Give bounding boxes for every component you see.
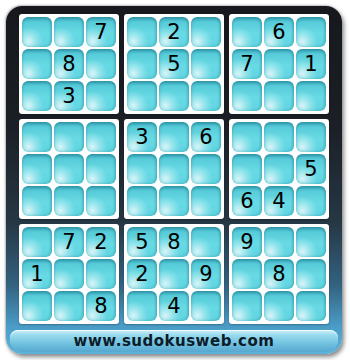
site-link[interactable]: www.sudokusweb.com (74, 332, 275, 350)
cell-r3c8[interactable] (264, 81, 294, 111)
cell-r5c4[interactable] (127, 154, 157, 184)
cell-r2c8[interactable] (264, 49, 294, 79)
cell-r4c9[interactable] (296, 122, 326, 152)
cell-r5c7[interactable] (232, 154, 262, 184)
cell-r8c8[interactable]: 8 (264, 259, 294, 289)
cell-r8c9[interactable] (296, 259, 326, 289)
cell-r8c6[interactable]: 9 (191, 259, 221, 289)
footer-bar: www.sudokusweb.com (10, 330, 338, 352)
cell-r3c2[interactable]: 3 (54, 81, 84, 111)
cell-r3c9[interactable] (296, 81, 326, 111)
cell-r7c3[interactable]: 2 (86, 227, 116, 257)
box-3-1: 7218 (19, 224, 119, 324)
cell-r7c4[interactable]: 5 (127, 227, 157, 257)
cell-r6c8[interactable]: 4 (264, 186, 294, 216)
box-3-3: 98 (229, 224, 329, 324)
cell-r4c3[interactable] (86, 122, 116, 152)
cell-r8c3[interactable] (86, 259, 116, 289)
cell-r7c5[interactable]: 8 (159, 227, 189, 257)
cell-r6c5[interactable] (159, 186, 189, 216)
cell-r9c4[interactable] (127, 291, 157, 321)
cell-r9c6[interactable] (191, 291, 221, 321)
cell-r1c1[interactable] (22, 17, 52, 47)
box-1-1: 783 (19, 14, 119, 114)
box-1-3: 671 (229, 14, 329, 114)
cell-r5c5[interactable] (159, 154, 189, 184)
cell-r3c1[interactable] (22, 81, 52, 111)
cell-r2c5[interactable]: 5 (159, 49, 189, 79)
cell-r1c6[interactable] (191, 17, 221, 47)
cell-r2c4[interactable] (127, 49, 157, 79)
cell-r1c8[interactable]: 6 (264, 17, 294, 47)
cell-r9c2[interactable] (54, 291, 84, 321)
cell-r3c6[interactable] (191, 81, 221, 111)
sudoku-board-frame: 783256713656472185829498 www.sudokusweb.… (6, 6, 342, 354)
cell-r7c7[interactable]: 9 (232, 227, 262, 257)
cell-r4c7[interactable] (232, 122, 262, 152)
cell-r8c2[interactable] (54, 259, 84, 289)
cell-r2c2[interactable]: 8 (54, 49, 84, 79)
cell-r1c4[interactable] (127, 17, 157, 47)
cell-r9c9[interactable] (296, 291, 326, 321)
cell-r5c3[interactable] (86, 154, 116, 184)
cell-r6c3[interactable] (86, 186, 116, 216)
cell-r1c7[interactable] (232, 17, 262, 47)
cell-r9c3[interactable]: 8 (86, 291, 116, 321)
cell-r2c1[interactable] (22, 49, 52, 79)
box-2-2: 36 (124, 119, 224, 219)
cell-r2c7[interactable]: 7 (232, 49, 262, 79)
cell-r4c4[interactable]: 3 (127, 122, 157, 152)
cell-r7c8[interactable] (264, 227, 294, 257)
cell-r3c3[interactable] (86, 81, 116, 111)
cell-r4c2[interactable] (54, 122, 84, 152)
cell-r5c1[interactable] (22, 154, 52, 184)
cell-r7c1[interactable] (22, 227, 52, 257)
box-2-3: 564 (229, 119, 329, 219)
cell-r6c9[interactable] (296, 186, 326, 216)
cell-r7c9[interactable] (296, 227, 326, 257)
cell-r6c2[interactable] (54, 186, 84, 216)
cell-r1c9[interactable] (296, 17, 326, 47)
cell-r4c8[interactable] (264, 122, 294, 152)
cell-r4c6[interactable]: 6 (191, 122, 221, 152)
cell-r4c1[interactable] (22, 122, 52, 152)
box-3-2: 58294 (124, 224, 224, 324)
cell-r5c6[interactable] (191, 154, 221, 184)
cell-r1c2[interactable] (54, 17, 84, 47)
cell-r8c4[interactable]: 2 (127, 259, 157, 289)
cell-r3c5[interactable] (159, 81, 189, 111)
cell-r7c2[interactable]: 7 (54, 227, 84, 257)
cell-r9c1[interactable] (22, 291, 52, 321)
cell-r5c8[interactable] (264, 154, 294, 184)
cell-r1c5[interactable]: 2 (159, 17, 189, 47)
cell-r4c5[interactable] (159, 122, 189, 152)
cell-r5c9[interactable]: 5 (296, 154, 326, 184)
box-1-2: 25 (124, 14, 224, 114)
cell-r9c5[interactable]: 4 (159, 291, 189, 321)
cell-r5c2[interactable] (54, 154, 84, 184)
cell-r8c5[interactable] (159, 259, 189, 289)
cell-r7c6[interactable] (191, 227, 221, 257)
cell-r6c4[interactable] (127, 186, 157, 216)
cell-r8c1[interactable]: 1 (22, 259, 52, 289)
cell-r2c6[interactable] (191, 49, 221, 79)
cell-r2c3[interactable] (86, 49, 116, 79)
page: 783256713656472185829498 www.sudokusweb.… (0, 0, 350, 360)
cell-r8c7[interactable] (232, 259, 262, 289)
cell-r2c9[interactable]: 1 (296, 49, 326, 79)
cell-r6c1[interactable] (22, 186, 52, 216)
cell-r6c7[interactable]: 6 (232, 186, 262, 216)
cell-r9c7[interactable] (232, 291, 262, 321)
cell-r3c7[interactable] (232, 81, 262, 111)
cell-r6c6[interactable] (191, 186, 221, 216)
sudoku-grid: 783256713656472185829498 (19, 14, 329, 324)
cell-r1c3[interactable]: 7 (86, 17, 116, 47)
box-2-1 (19, 119, 119, 219)
cell-r9c8[interactable] (264, 291, 294, 321)
cell-r3c4[interactable] (127, 81, 157, 111)
